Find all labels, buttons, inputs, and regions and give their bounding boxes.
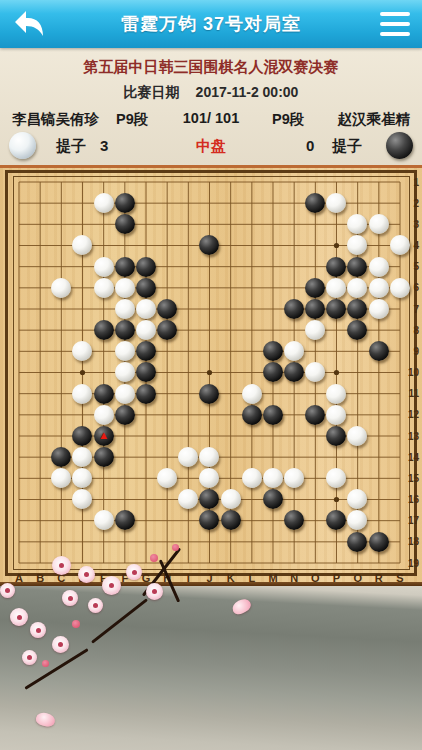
board-cell[interactable]: [30, 298, 51, 319]
board-cell[interactable]: [157, 171, 178, 192]
board-cell[interactable]: [93, 298, 114, 319]
board-cell[interactable]: [72, 510, 93, 531]
board-cell[interactable]: [347, 489, 368, 510]
board-cell[interactable]: [51, 277, 72, 298]
board-cell[interactable]: [199, 404, 220, 425]
board-cell[interactable]: [114, 171, 135, 192]
board-cell[interactable]: [283, 552, 304, 573]
board-cell[interactable]: [283, 446, 304, 467]
board-cell[interactable]: [347, 383, 368, 404]
board-cell[interactable]: [114, 362, 135, 383]
board-cell[interactable]: [326, 341, 347, 362]
board-cell[interactable]: [135, 235, 156, 256]
board-cell[interactable]: [30, 193, 51, 214]
board-cell[interactable]: [157, 320, 178, 341]
board-cell[interactable]: [220, 341, 241, 362]
board-cell[interactable]: [93, 341, 114, 362]
board-cell[interactable]: [72, 277, 93, 298]
board-cell[interactable]: [368, 171, 389, 192]
board-cell[interactable]: [305, 256, 326, 277]
board-cell[interactable]: [347, 404, 368, 425]
board-cell[interactable]: [72, 214, 93, 235]
board-cell[interactable]: [199, 489, 220, 510]
board-cell[interactable]: [305, 214, 326, 235]
board-cell[interactable]: [347, 552, 368, 573]
board-cell[interactable]: [220, 171, 241, 192]
board-cell[interactable]: [220, 404, 241, 425]
board-cell[interactable]: [326, 277, 347, 298]
board-cell[interactable]: [72, 235, 93, 256]
board-cell[interactable]: [241, 320, 262, 341]
board-cell[interactable]: [305, 531, 326, 552]
board-cell[interactable]: [30, 468, 51, 489]
board-cell[interactable]: [199, 214, 220, 235]
board-cell[interactable]: [305, 320, 326, 341]
board-cell[interactable]: [30, 425, 51, 446]
board-cell[interactable]: [51, 383, 72, 404]
board-cell[interactable]: [93, 468, 114, 489]
board-cell[interactable]: ▲: [93, 425, 114, 446]
board-cell[interactable]: [135, 383, 156, 404]
board-cell[interactable]: [283, 404, 304, 425]
board-cell[interactable]: [157, 341, 178, 362]
board-cell[interactable]: [241, 362, 262, 383]
board-cell[interactable]: [30, 362, 51, 383]
board-cell[interactable]: [347, 320, 368, 341]
board-cell[interactable]: [262, 171, 283, 192]
board-cell[interactable]: [30, 256, 51, 277]
board-cell[interactable]: [30, 489, 51, 510]
board-cell[interactable]: [72, 298, 93, 319]
board-cell[interactable]: [72, 171, 93, 192]
board-cell[interactable]: [305, 171, 326, 192]
board-cell[interactable]: [178, 468, 199, 489]
board-cell[interactable]: [51, 362, 72, 383]
board-cell[interactable]: [30, 404, 51, 425]
board-cell[interactable]: [368, 320, 389, 341]
board-cell[interactable]: [283, 235, 304, 256]
board-cell[interactable]: [72, 256, 93, 277]
board-cell[interactable]: [72, 552, 93, 573]
board-cell[interactable]: [8, 446, 29, 467]
board-cell[interactable]: [157, 214, 178, 235]
board-cell[interactable]: [135, 277, 156, 298]
board-cell[interactable]: [241, 171, 262, 192]
board-cell[interactable]: [51, 193, 72, 214]
board-cell[interactable]: [199, 362, 220, 383]
board-cell[interactable]: [8, 489, 29, 510]
board-cell[interactable]: [72, 362, 93, 383]
board-cell[interactable]: [241, 277, 262, 298]
board-cell[interactable]: [262, 235, 283, 256]
board-cell[interactable]: [326, 489, 347, 510]
board-cell[interactable]: [305, 277, 326, 298]
board-cell[interactable]: [326, 383, 347, 404]
board-cell[interactable]: [241, 531, 262, 552]
board-cell[interactable]: [178, 193, 199, 214]
board-cell[interactable]: [241, 341, 262, 362]
board-cell[interactable]: [283, 362, 304, 383]
board-cell[interactable]: [283, 298, 304, 319]
board-cell[interactable]: [326, 298, 347, 319]
board-cell[interactable]: [8, 425, 29, 446]
board-cell[interactable]: [241, 510, 262, 531]
board-cell[interactable]: [368, 468, 389, 489]
board-cell[interactable]: [283, 425, 304, 446]
board-cell[interactable]: [30, 320, 51, 341]
board-cell[interactable]: [30, 214, 51, 235]
board-cell[interactable]: [51, 214, 72, 235]
board-cell[interactable]: [51, 552, 72, 573]
board-cell[interactable]: [220, 277, 241, 298]
board-cell[interactable]: [93, 277, 114, 298]
board-cell[interactable]: [199, 256, 220, 277]
back-button[interactable]: [10, 8, 46, 40]
board-cell[interactable]: [262, 214, 283, 235]
board-cell[interactable]: [305, 489, 326, 510]
board-cell[interactable]: [157, 531, 178, 552]
board-cell[interactable]: [114, 425, 135, 446]
board-cell[interactable]: [326, 362, 347, 383]
board-cell[interactable]: [283, 320, 304, 341]
board-cell[interactable]: [347, 193, 368, 214]
board-cell[interactable]: [199, 531, 220, 552]
board-cell[interactable]: [199, 341, 220, 362]
board-cell[interactable]: [283, 277, 304, 298]
board-cell[interactable]: [93, 214, 114, 235]
board-cell[interactable]: [178, 341, 199, 362]
board-cell[interactable]: [72, 489, 93, 510]
board-cell[interactable]: [114, 531, 135, 552]
board-cell[interactable]: [305, 298, 326, 319]
board-cell[interactable]: [241, 235, 262, 256]
board-cell[interactable]: [51, 489, 72, 510]
board-cell[interactable]: [8, 362, 29, 383]
board-cell[interactable]: [199, 552, 220, 573]
board-cell[interactable]: [51, 531, 72, 552]
board-cell[interactable]: [347, 362, 368, 383]
board-cell[interactable]: [8, 341, 29, 362]
board-cell[interactable]: [368, 214, 389, 235]
board-cell[interactable]: [283, 510, 304, 531]
board-cell[interactable]: [326, 193, 347, 214]
board-cell[interactable]: [72, 320, 93, 341]
board-cell[interactable]: [220, 320, 241, 341]
board-cell[interactable]: [114, 404, 135, 425]
board-cell[interactable]: [368, 404, 389, 425]
board-cell[interactable]: [30, 552, 51, 573]
board-cell[interactable]: [157, 383, 178, 404]
board-cell[interactable]: [347, 446, 368, 467]
board-cell[interactable]: [8, 235, 29, 256]
board-cell[interactable]: [220, 468, 241, 489]
board-cell[interactable]: [93, 383, 114, 404]
board-cell[interactable]: [157, 446, 178, 467]
board-cell[interactable]: [114, 320, 135, 341]
board-cell[interactable]: [283, 383, 304, 404]
board-cell[interactable]: [199, 320, 220, 341]
board-cell[interactable]: [283, 193, 304, 214]
board-cell[interactable]: [114, 193, 135, 214]
board-cell[interactable]: [368, 341, 389, 362]
board-cell[interactable]: [93, 171, 114, 192]
board-cell[interactable]: [220, 531, 241, 552]
board-cell[interactable]: [30, 383, 51, 404]
board-cell[interactable]: [368, 235, 389, 256]
board-cell[interactable]: [262, 341, 283, 362]
board-cell[interactable]: [114, 235, 135, 256]
board-cell[interactable]: [93, 256, 114, 277]
board-cell[interactable]: [199, 277, 220, 298]
board-cell[interactable]: [220, 446, 241, 467]
board-cell[interactable]: [326, 468, 347, 489]
board-cell[interactable]: [305, 341, 326, 362]
board-cell[interactable]: [93, 320, 114, 341]
board-cell[interactable]: [220, 383, 241, 404]
board-cell[interactable]: [199, 446, 220, 467]
board-cell[interactable]: [305, 446, 326, 467]
board-cell[interactable]: [93, 552, 114, 573]
board-cell[interactable]: [283, 214, 304, 235]
board-cell[interactable]: [51, 320, 72, 341]
board-cell[interactable]: [305, 362, 326, 383]
board-cell[interactable]: [178, 320, 199, 341]
board-cell[interactable]: [178, 214, 199, 235]
board-cell[interactable]: [51, 341, 72, 362]
board-cell[interactable]: [135, 256, 156, 277]
board-cell[interactable]: [368, 446, 389, 467]
menu-button[interactable]: [380, 12, 410, 36]
board-cell[interactable]: [157, 362, 178, 383]
board-cell[interactable]: [135, 510, 156, 531]
board-cell[interactable]: [262, 468, 283, 489]
board-cell[interactable]: [72, 446, 93, 467]
board-cell[interactable]: [326, 446, 347, 467]
board-cell[interactable]: [368, 425, 389, 446]
board-cell[interactable]: [368, 298, 389, 319]
board-cell[interactable]: [157, 404, 178, 425]
board-cell[interactable]: [241, 383, 262, 404]
board-cell[interactable]: [262, 404, 283, 425]
board-cell[interactable]: [305, 425, 326, 446]
board-cell[interactable]: [262, 256, 283, 277]
board-cell[interactable]: [51, 235, 72, 256]
board-cell[interactable]: [8, 256, 29, 277]
board-cell[interactable]: [241, 489, 262, 510]
board-cell[interactable]: [199, 171, 220, 192]
board-cell[interactable]: [347, 468, 368, 489]
board-cell[interactable]: [8, 277, 29, 298]
board-cell[interactable]: [114, 468, 135, 489]
board-cell[interactable]: [262, 320, 283, 341]
board-cell[interactable]: [368, 256, 389, 277]
board-cell[interactable]: [51, 298, 72, 319]
board-cell[interactable]: [262, 446, 283, 467]
board-cell[interactable]: [262, 362, 283, 383]
board-cell[interactable]: [114, 489, 135, 510]
board-cell[interactable]: [114, 552, 135, 573]
board-cell[interactable]: [8, 552, 29, 573]
board-cell[interactable]: [51, 468, 72, 489]
board-cell[interactable]: [93, 510, 114, 531]
board-cell[interactable]: [326, 510, 347, 531]
board-cell[interactable]: [93, 235, 114, 256]
board-cell[interactable]: [157, 510, 178, 531]
board-cell[interactable]: [178, 425, 199, 446]
board-cell[interactable]: [178, 256, 199, 277]
board-cell[interactable]: [199, 298, 220, 319]
board-cell[interactable]: [72, 531, 93, 552]
board-cell[interactable]: [178, 171, 199, 192]
board-cell[interactable]: [135, 320, 156, 341]
board-cell[interactable]: [220, 362, 241, 383]
board-cell[interactable]: [326, 214, 347, 235]
board-cell[interactable]: [326, 425, 347, 446]
board-cell[interactable]: [51, 425, 72, 446]
board-cell[interactable]: [135, 468, 156, 489]
board-cell[interactable]: [178, 383, 199, 404]
board-cell[interactable]: [30, 531, 51, 552]
board-cell[interactable]: [262, 531, 283, 552]
board-cell[interactable]: [135, 362, 156, 383]
board-cell[interactable]: [72, 383, 93, 404]
board-cell[interactable]: [241, 298, 262, 319]
board-cell[interactable]: [157, 193, 178, 214]
board-cell[interactable]: [305, 468, 326, 489]
board-cell[interactable]: [114, 277, 135, 298]
board-cell[interactable]: [326, 235, 347, 256]
board-cell[interactable]: [72, 193, 93, 214]
board-cell[interactable]: [283, 171, 304, 192]
board-cell[interactable]: [368, 362, 389, 383]
board-cell[interactable]: [347, 298, 368, 319]
board-cell[interactable]: [347, 341, 368, 362]
board-cell[interactable]: [283, 341, 304, 362]
board-cell[interactable]: [30, 235, 51, 256]
board-cell[interactable]: [178, 235, 199, 256]
board-cell[interactable]: [135, 425, 156, 446]
board-cell[interactable]: [283, 256, 304, 277]
board-cell[interactable]: [199, 235, 220, 256]
board-cell[interactable]: [368, 383, 389, 404]
board-cell[interactable]: [220, 193, 241, 214]
board-cell[interactable]: [283, 468, 304, 489]
board-cell[interactable]: [157, 256, 178, 277]
board-cell[interactable]: [241, 468, 262, 489]
board-cell[interactable]: [178, 531, 199, 552]
board-cell[interactable]: [8, 468, 29, 489]
board-cell[interactable]: [30, 510, 51, 531]
board-cell[interactable]: [93, 531, 114, 552]
board-cell[interactable]: [283, 531, 304, 552]
board-cell[interactable]: [241, 214, 262, 235]
board-cell[interactable]: [368, 552, 389, 573]
board-cell[interactable]: [347, 510, 368, 531]
board-cell[interactable]: [368, 277, 389, 298]
board-cell[interactable]: [178, 362, 199, 383]
board-cell[interactable]: [93, 489, 114, 510]
board-cell[interactable]: [30, 341, 51, 362]
board-cell[interactable]: [305, 404, 326, 425]
board-cell[interactable]: [199, 193, 220, 214]
board-cell[interactable]: [157, 235, 178, 256]
board-cell[interactable]: [241, 256, 262, 277]
board-cell[interactable]: [135, 341, 156, 362]
board-cell[interactable]: [262, 383, 283, 404]
board-cell[interactable]: [8, 320, 29, 341]
board-cell[interactable]: [220, 256, 241, 277]
board-cell[interactable]: [220, 510, 241, 531]
board-cell[interactable]: [347, 531, 368, 552]
board-cell[interactable]: [114, 383, 135, 404]
board-cell[interactable]: [220, 235, 241, 256]
board-cell[interactable]: [51, 404, 72, 425]
board-cell[interactable]: [8, 193, 29, 214]
board-cell[interactable]: [157, 425, 178, 446]
board-cell[interactable]: [135, 193, 156, 214]
board-cell[interactable]: [135, 214, 156, 235]
board-cell[interactable]: [199, 510, 220, 531]
board-cell[interactable]: [305, 552, 326, 573]
board-cell[interactable]: [305, 383, 326, 404]
board-cell[interactable]: [262, 298, 283, 319]
board-cell[interactable]: [262, 510, 283, 531]
board-cell[interactable]: [8, 510, 29, 531]
board-cell[interactable]: [178, 446, 199, 467]
board-cell[interactable]: [51, 510, 72, 531]
board-cell[interactable]: [8, 214, 29, 235]
board-cell[interactable]: [72, 341, 93, 362]
board-cell[interactable]: [93, 362, 114, 383]
board-cell[interactable]: [326, 320, 347, 341]
board-cell[interactable]: [114, 446, 135, 467]
board-cell[interactable]: [157, 468, 178, 489]
board-cell[interactable]: [262, 489, 283, 510]
board-cell[interactable]: [135, 531, 156, 552]
board-cell[interactable]: [199, 468, 220, 489]
board-cell[interactable]: [157, 277, 178, 298]
board-cell[interactable]: [305, 510, 326, 531]
board-cell[interactable]: [114, 510, 135, 531]
board-cell[interactable]: [135, 171, 156, 192]
board-cell[interactable]: [283, 489, 304, 510]
board-cell[interactable]: [368, 193, 389, 214]
board-cell[interactable]: [262, 193, 283, 214]
board-cell[interactable]: [157, 489, 178, 510]
board-cell[interactable]: [241, 404, 262, 425]
board-cell[interactable]: [305, 235, 326, 256]
board-cell[interactable]: [262, 552, 283, 573]
board-cell[interactable]: [178, 404, 199, 425]
board-cell[interactable]: [135, 489, 156, 510]
board-cell[interactable]: [326, 404, 347, 425]
board-cell[interactable]: [262, 425, 283, 446]
board-cell[interactable]: [347, 277, 368, 298]
board-cell[interactable]: [157, 552, 178, 573]
board-cell[interactable]: [199, 383, 220, 404]
board-cell[interactable]: [326, 552, 347, 573]
board-cell[interactable]: [8, 383, 29, 404]
board-cell[interactable]: [8, 531, 29, 552]
board-cell[interactable]: [241, 425, 262, 446]
board-cell[interactable]: [368, 510, 389, 531]
board-cell[interactable]: [72, 404, 93, 425]
board-cell[interactable]: [114, 256, 135, 277]
board-cell[interactable]: [51, 256, 72, 277]
board-cell[interactable]: [347, 235, 368, 256]
board-cell[interactable]: [326, 531, 347, 552]
board-cell[interactable]: [220, 489, 241, 510]
